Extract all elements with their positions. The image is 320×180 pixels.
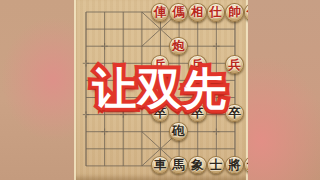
piece-character: 砲 <box>172 125 185 138</box>
blurred-right-margin <box>248 0 320 180</box>
blurred-left-margin <box>0 0 74 180</box>
piece-red-soldier[interactable]: 兵 <box>151 55 170 74</box>
piece-red-chariot[interactable]: 俥 <box>151 3 170 22</box>
piece-character: 炮 <box>172 40 185 53</box>
piece-character: 馬 <box>172 159 185 172</box>
piece-character: 士 <box>210 159 223 172</box>
piece-black-advisor[interactable]: 士 <box>207 156 226 175</box>
piece-red-horse[interactable]: 傌 <box>169 3 188 22</box>
piece-red-soldier[interactable]: 兵 <box>188 55 207 74</box>
piece-character: 象 <box>191 159 204 172</box>
piece-character: 兵 <box>228 59 241 72</box>
piece-character: 相 <box>191 6 204 19</box>
xiangqi-game-screen: 俥傌相仕帥仕相傌俥炮炮兵兵兵兵卒卒卒卒卒砲砲車馬象士將士象馬車 让双先 <box>0 0 320 180</box>
piece-red-cannon[interactable]: 炮 <box>169 37 188 56</box>
piece-black-soldier[interactable]: 卒 <box>151 104 170 123</box>
piece-character: 卒 <box>154 107 167 120</box>
piece-character: 卒 <box>228 107 241 120</box>
piece-black-soldier[interactable]: 卒 <box>188 104 207 123</box>
piece-black-general[interactable]: 將 <box>225 156 244 175</box>
xiangqi-board[interactable]: 俥傌相仕帥仕相傌俥炮炮兵兵兵兵卒卒卒卒卒砲砲車馬象士將士象馬車 <box>74 0 248 180</box>
piece-character: 仕 <box>210 6 223 19</box>
piece-character: 兵 <box>191 59 204 72</box>
piece-character: 卒 <box>191 107 204 120</box>
piece-character: 傌 <box>172 6 185 19</box>
piece-red-elephant[interactable]: 相 <box>188 3 207 22</box>
piece-red-advisor[interactable]: 仕 <box>207 3 226 22</box>
piece-black-chariot[interactable]: 車 <box>151 156 170 175</box>
piece-black-cannon[interactable]: 砲 <box>169 122 188 141</box>
piece-character: 帥 <box>228 6 241 19</box>
piece-character: 將 <box>228 159 241 172</box>
piece-character: 俥 <box>154 6 167 19</box>
piece-black-horse[interactable]: 馬 <box>169 156 188 175</box>
piece-red-soldier[interactable]: 兵 <box>225 55 244 74</box>
piece-character: 兵 <box>154 59 167 72</box>
piece-character: 車 <box>154 159 167 172</box>
piece-black-elephant[interactable]: 象 <box>188 156 207 175</box>
piece-red-general[interactable]: 帥 <box>225 3 244 22</box>
piece-black-soldier[interactable]: 卒 <box>225 104 244 123</box>
